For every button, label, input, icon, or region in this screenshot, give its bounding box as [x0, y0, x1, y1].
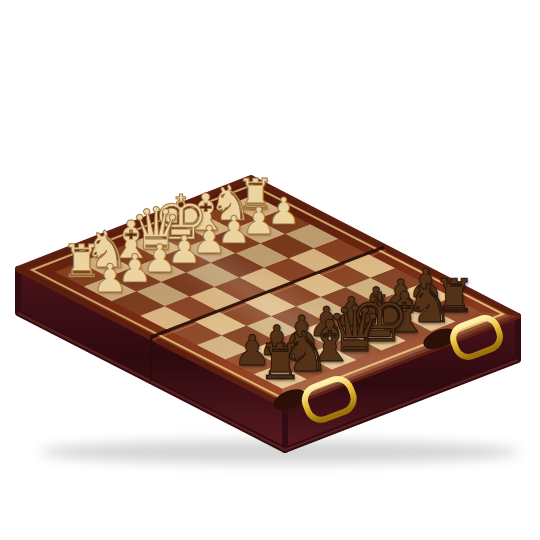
board-box-overlay: [0, 0, 540, 540]
far-half-shade: [18, 178, 384, 337]
brass-clasp-right: [420, 310, 503, 371]
front-frame-sheen: [282, 312, 518, 406]
chess-set-photo: ♜♞♝♛♚♝♞♜♟♟♟♟♟♟♟♟♟♟♟♟♟♟♟♟♜♞♝♛♚♝♞♜: [0, 0, 540, 540]
